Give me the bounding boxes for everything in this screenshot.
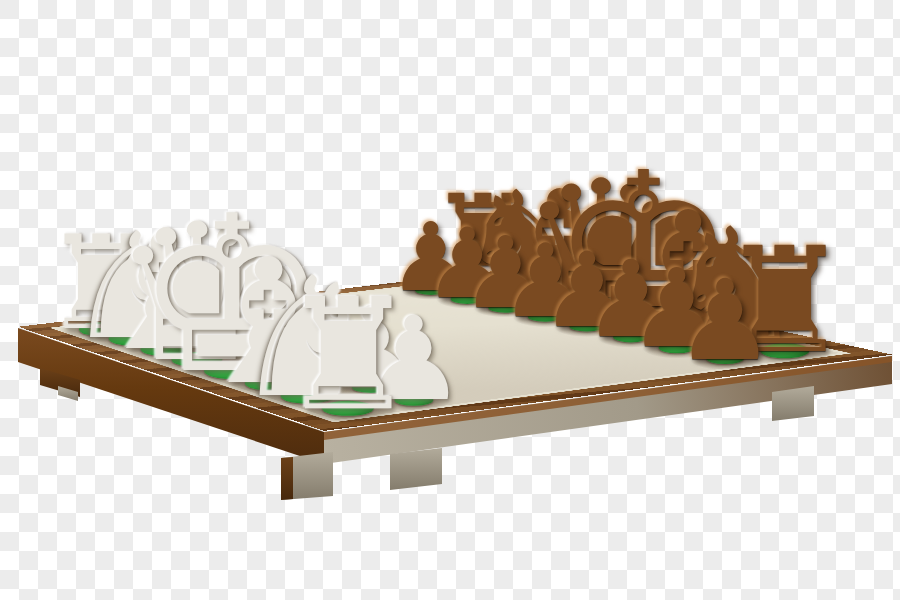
black-pawn-glyph: ♟ <box>675 265 775 376</box>
white-rook-glyph: ♜ <box>279 278 417 432</box>
transparent-canvas: ♜♞♝♛♚♝♞♜♟♟♟♟♟♟♟♟♟♟♟♟♟♟♟♟♜♞♝♛♚♝♞♜ <box>0 0 900 600</box>
board-foot-near-corner-edge <box>281 457 293 500</box>
board-foot-front <box>390 448 442 490</box>
board-foot-right <box>772 386 814 421</box>
